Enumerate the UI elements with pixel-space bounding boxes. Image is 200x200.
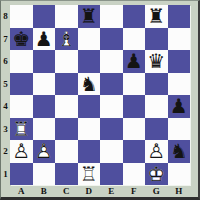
square-a1[interactable]	[10, 163, 33, 186]
piece-black-knight: ♞	[80, 74, 98, 94]
square-h2[interactable]: ♞	[168, 140, 191, 163]
file-label-e: E	[100, 186, 123, 196]
square-b6[interactable]	[33, 50, 56, 73]
rank-label-2: 2	[1, 140, 10, 163]
square-e2[interactable]	[100, 140, 123, 163]
square-e3[interactable]	[100, 118, 123, 141]
square-c2[interactable]	[55, 140, 78, 163]
piece-black-pawn: ♟	[170, 96, 188, 116]
square-d7[interactable]	[78, 28, 101, 51]
square-f3[interactable]	[123, 118, 146, 141]
file-label-a: A	[10, 186, 33, 196]
file-label-c: C	[55, 186, 78, 196]
piece-white-pawn: ♟♙	[147, 141, 165, 161]
chess-diagram: 87654321 ♜♜♚♟♝♗♟♛♞♟♜♖♟♙♟♙♟♙♞♜♖♚♔ ABCDEFG…	[0, 0, 200, 200]
rank-label-6: 6	[1, 50, 10, 73]
file-label-f: F	[123, 186, 146, 196]
square-f1[interactable]	[123, 163, 146, 186]
square-a7[interactable]: ♚	[10, 28, 33, 51]
square-h4[interactable]: ♟	[168, 95, 191, 118]
piece-white-rook: ♜♖	[12, 119, 30, 139]
square-g6[interactable]: ♛	[145, 50, 168, 73]
square-a3[interactable]: ♜♖	[10, 118, 33, 141]
square-a2[interactable]: ♟♙	[10, 140, 33, 163]
square-e7[interactable]	[100, 28, 123, 51]
piece-white-pawn: ♟♙	[12, 141, 30, 161]
square-d1[interactable]: ♜♖	[78, 163, 101, 186]
square-f5[interactable]	[123, 73, 146, 96]
square-h8[interactable]	[168, 5, 191, 28]
square-c8[interactable]	[55, 5, 78, 28]
square-f7[interactable]	[123, 28, 146, 51]
piece-black-queen: ♛	[147, 51, 165, 71]
square-e4[interactable]	[100, 95, 123, 118]
square-f4[interactable]	[123, 95, 146, 118]
square-g7[interactable]	[145, 28, 168, 51]
rank-label-5: 5	[1, 73, 10, 96]
square-d6[interactable]	[78, 50, 101, 73]
square-b8[interactable]	[33, 5, 56, 28]
rank-labels: 87654321	[1, 5, 10, 185]
square-c5[interactable]	[55, 73, 78, 96]
piece-white-king: ♚♔	[147, 164, 165, 184]
piece-black-pawn: ♟	[125, 51, 143, 71]
square-g8[interactable]: ♜	[145, 5, 168, 28]
square-h1[interactable]	[168, 163, 191, 186]
piece-black-pawn: ♟	[35, 29, 53, 49]
square-h7[interactable]	[168, 28, 191, 51]
square-a6[interactable]	[10, 50, 33, 73]
square-d4[interactable]	[78, 95, 101, 118]
square-a5[interactable]	[10, 73, 33, 96]
square-c3[interactable]	[55, 118, 78, 141]
square-e6[interactable]	[100, 50, 123, 73]
piece-white-bishop: ♝♗	[57, 29, 75, 49]
square-g3[interactable]	[145, 118, 168, 141]
square-e8[interactable]	[100, 5, 123, 28]
rank-label-8: 8	[1, 5, 10, 28]
square-g5[interactable]	[145, 73, 168, 96]
square-g4[interactable]	[145, 95, 168, 118]
piece-black-rook: ♜	[147, 6, 165, 26]
board: ♜♜♚♟♝♗♟♛♞♟♜♖♟♙♟♙♟♙♞♜♖♚♔	[10, 5, 190, 185]
square-a8[interactable]	[10, 5, 33, 28]
square-b2[interactable]: ♟♙	[33, 140, 56, 163]
square-c7[interactable]: ♝♗	[55, 28, 78, 51]
square-d5[interactable]: ♞	[78, 73, 101, 96]
square-c1[interactable]	[55, 163, 78, 186]
square-b4[interactable]	[33, 95, 56, 118]
square-f6[interactable]: ♟	[123, 50, 146, 73]
square-d2[interactable]	[78, 140, 101, 163]
piece-black-rook: ♜	[80, 6, 98, 26]
square-f2[interactable]	[123, 140, 146, 163]
file-label-d: D	[78, 186, 101, 196]
square-g1[interactable]: ♚♔	[145, 163, 168, 186]
square-g2[interactable]: ♟♙	[145, 140, 168, 163]
square-b7[interactable]: ♟	[33, 28, 56, 51]
square-b5[interactable]	[33, 73, 56, 96]
square-a4[interactable]	[10, 95, 33, 118]
rank-label-3: 3	[1, 118, 10, 141]
square-e5[interactable]	[100, 73, 123, 96]
square-h6[interactable]	[168, 50, 191, 73]
rank-label-4: 4	[1, 95, 10, 118]
square-d3[interactable]	[78, 118, 101, 141]
square-d8[interactable]: ♜	[78, 5, 101, 28]
rank-label-1: 1	[1, 163, 10, 186]
square-h5[interactable]	[168, 73, 191, 96]
square-b1[interactable]	[33, 163, 56, 186]
rank-label-7: 7	[1, 28, 10, 51]
square-h3[interactable]	[168, 118, 191, 141]
file-label-g: G	[145, 186, 168, 196]
piece-white-pawn: ♟♙	[35, 141, 53, 161]
file-label-b: B	[33, 186, 56, 196]
piece-black-knight: ♞	[170, 141, 188, 161]
square-b3[interactable]	[33, 118, 56, 141]
square-e1[interactable]	[100, 163, 123, 186]
square-f8[interactable]	[123, 5, 146, 28]
square-c6[interactable]	[55, 50, 78, 73]
piece-white-rook: ♜♖	[80, 164, 98, 184]
piece-black-king: ♚	[12, 29, 30, 49]
file-label-h: H	[168, 186, 191, 196]
square-c4[interactable]	[55, 95, 78, 118]
file-labels: ABCDEFGH	[10, 186, 190, 196]
